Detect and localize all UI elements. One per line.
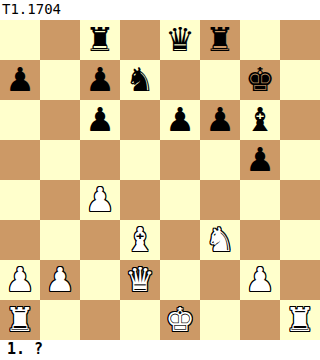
square-c7[interactable]: ♟︎	[80, 60, 120, 100]
square-a8[interactable]	[0, 20, 40, 60]
white-queen-piece: ♛	[125, 260, 155, 300]
square-f1[interactable]	[200, 300, 240, 340]
square-f8[interactable]: ♜	[200, 20, 240, 60]
white-pawn-piece: ♟︎	[245, 260, 275, 300]
square-d1[interactable]	[120, 300, 160, 340]
square-c8[interactable]: ♜	[80, 20, 120, 60]
white-king-piece: ♚	[165, 300, 195, 340]
black-pawn-piece: ♟︎	[245, 140, 275, 180]
square-f5[interactable]	[200, 140, 240, 180]
square-d6[interactable]	[120, 100, 160, 140]
square-f4[interactable]	[200, 180, 240, 220]
square-c6[interactable]: ♟︎	[80, 100, 120, 140]
square-a1[interactable]: ♜	[0, 300, 40, 340]
square-h4[interactable]	[280, 180, 320, 220]
square-h7[interactable]	[280, 60, 320, 100]
square-h8[interactable]	[280, 20, 320, 60]
black-queen-piece: ♛	[165, 20, 195, 60]
square-g7[interactable]: ♚	[240, 60, 280, 100]
black-rook-piece: ♜	[205, 20, 235, 60]
square-h5[interactable]	[280, 140, 320, 180]
square-e7[interactable]	[160, 60, 200, 100]
white-knight-piece: ♞	[205, 220, 235, 260]
square-b6[interactable]	[40, 100, 80, 140]
square-g3[interactable]	[240, 220, 280, 260]
square-h6[interactable]	[280, 100, 320, 140]
white-pawn-piece: ♟︎	[5, 260, 35, 300]
square-g5[interactable]: ♟︎	[240, 140, 280, 180]
square-e6[interactable]: ♟︎	[160, 100, 200, 140]
square-h3[interactable]	[280, 220, 320, 260]
square-d3[interactable]: ♝	[120, 220, 160, 260]
square-f6[interactable]: ♟︎	[200, 100, 240, 140]
square-g2[interactable]: ♟︎	[240, 260, 280, 300]
square-g1[interactable]	[240, 300, 280, 340]
black-pawn-piece: ♟︎	[85, 60, 115, 100]
square-e5[interactable]	[160, 140, 200, 180]
black-bishop-piece: ♝	[245, 100, 275, 140]
square-e2[interactable]	[160, 260, 200, 300]
square-a6[interactable]	[0, 100, 40, 140]
white-pawn-piece: ♟︎	[85, 180, 115, 220]
square-h2[interactable]	[280, 260, 320, 300]
chess-board: ♜♛♜♟︎♟︎♞♚♟︎♟︎♟︎♝♟︎♟︎♝♞♟︎♟︎♛♟︎♜♚♜	[0, 20, 320, 340]
black-pawn-piece: ♟︎	[165, 100, 195, 140]
square-c3[interactable]	[80, 220, 120, 260]
white-bishop-piece: ♝	[125, 220, 155, 260]
square-c5[interactable]	[80, 140, 120, 180]
square-b4[interactable]	[40, 180, 80, 220]
square-g6[interactable]: ♝	[240, 100, 280, 140]
chess-puzzle-window: T1.1704 ♜♛♜♟︎♟︎♞♚♟︎♟︎♟︎♝♟︎♟︎♝♞♟︎♟︎♛♟︎♜♚♜…	[0, 0, 320, 360]
black-king-piece: ♚	[245, 60, 275, 100]
square-c2[interactable]	[80, 260, 120, 300]
white-rook-piece: ♜	[285, 300, 315, 340]
puzzle-id-title: T1.1704	[0, 0, 320, 20]
square-b8[interactable]	[40, 20, 80, 60]
square-b2[interactable]: ♟︎	[40, 260, 80, 300]
square-f3[interactable]: ♞	[200, 220, 240, 260]
square-e1[interactable]: ♚	[160, 300, 200, 340]
square-f2[interactable]	[200, 260, 240, 300]
square-d5[interactable]	[120, 140, 160, 180]
square-g4[interactable]	[240, 180, 280, 220]
square-f7[interactable]	[200, 60, 240, 100]
square-e3[interactable]	[160, 220, 200, 260]
square-b1[interactable]	[40, 300, 80, 340]
square-d7[interactable]: ♞	[120, 60, 160, 100]
square-a5[interactable]	[0, 140, 40, 180]
square-c1[interactable]	[80, 300, 120, 340]
square-h1[interactable]: ♜	[280, 300, 320, 340]
square-b5[interactable]	[40, 140, 80, 180]
square-g8[interactable]	[240, 20, 280, 60]
black-knight-piece: ♞	[125, 60, 155, 100]
black-pawn-piece: ♟︎	[5, 60, 35, 100]
square-a7[interactable]: ♟︎	[0, 60, 40, 100]
black-rook-piece: ♜	[85, 20, 115, 60]
black-pawn-piece: ♟︎	[85, 100, 115, 140]
square-c4[interactable]: ♟︎	[80, 180, 120, 220]
square-a3[interactable]	[0, 220, 40, 260]
square-d2[interactable]: ♛	[120, 260, 160, 300]
square-a2[interactable]: ♟︎	[0, 260, 40, 300]
white-rook-piece: ♜	[5, 300, 35, 340]
square-d4[interactable]	[120, 180, 160, 220]
square-e8[interactable]: ♛	[160, 20, 200, 60]
square-d8[interactable]	[120, 20, 160, 60]
white-pawn-piece: ♟︎	[45, 260, 75, 300]
square-b3[interactable]	[40, 220, 80, 260]
black-pawn-piece: ♟︎	[205, 100, 235, 140]
square-a4[interactable]	[0, 180, 40, 220]
square-e4[interactable]	[160, 180, 200, 220]
square-b7[interactable]	[40, 60, 80, 100]
move-prompt: 1. ?	[0, 340, 320, 360]
